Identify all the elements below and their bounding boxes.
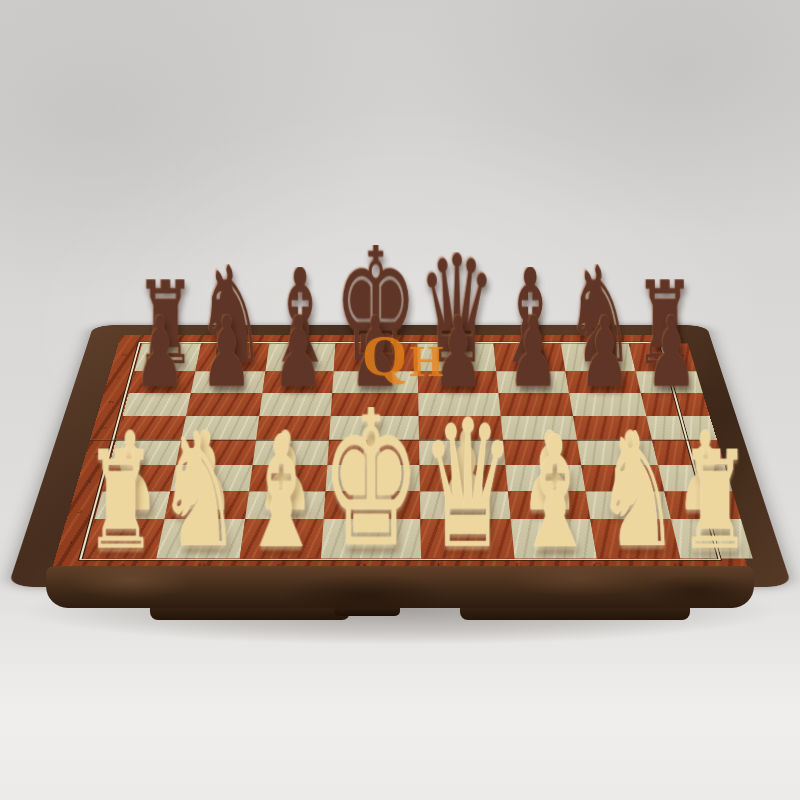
square-e4 [419,440,506,465]
square-f4 [503,440,581,465]
square-g1: ♞ [590,519,680,558]
square-d5 [329,416,419,440]
square-g7: ♟ [565,371,641,393]
square-d3 [326,465,420,491]
square-c4 [252,440,329,465]
rank-label-7: 7 [115,375,121,379]
square-c8: ♝ [265,343,336,371]
square-c7: ♟ [262,371,334,393]
square-a1: ♜ [84,519,164,558]
square-e3 [419,465,508,491]
square-h6 [641,393,710,416]
square-f5 [501,416,577,440]
square-a6 [122,393,190,416]
rank-label-1: 1 [68,539,76,544]
rank-label-3: 3 [85,479,92,484]
square-b5 [181,416,260,440]
piece-brown-knight-b8: ♞ [196,264,266,368]
rank-label-6: 6 [108,399,114,403]
square-h5 [646,416,716,440]
piece-brown-rook-h8: ♜ [635,279,695,368]
square-d1: ♚ [321,519,421,558]
square-a3 [102,465,175,491]
square-d6 [331,393,419,416]
square-b1: ♞ [156,519,245,558]
square-f6 [499,393,573,416]
square-a8: ♜ [135,343,201,371]
piece-brown-bishop-c8: ♝ [266,267,334,368]
square-f1: ♝ [511,519,597,558]
square-b4 [175,440,256,465]
square-c1: ♝ [240,519,324,558]
rank-label-4: 4 [93,451,100,456]
square-g3 [581,465,664,491]
square-b3 [170,465,253,491]
watermark-letter-q: Q [362,330,407,382]
square-c6 [259,393,332,416]
square-f3 [506,465,586,491]
square-f8: ♝ [494,343,565,371]
watermark-letter-h: H [409,340,443,384]
square-a7: ♟ [129,371,195,393]
square-d4 [328,440,420,465]
square-c3 [249,465,328,491]
square-g5 [573,416,652,440]
rank-label-5: 5 [101,425,108,429]
board-front-edge [46,566,754,608]
rank-label-8: 8 [122,353,128,357]
square-a5 [116,416,186,440]
square-g8: ♞ [561,343,636,371]
square-c5 [256,416,331,440]
square-e1: ♛ [420,519,514,558]
chess-board-scene: ♜♞♝♚♛♝♞♜♟♟♟♟♟♟♟♟♟♟♟♟♟♟♟♟♜♞♝♚♛♝♞♜ ABCDEFG… [90,130,710,750]
qh-watermark: Q H [362,330,443,384]
square-h8: ♜ [629,343,696,371]
square-b7: ♟ [190,371,265,393]
piece-brown-bishop-f8: ♝ [496,267,564,368]
piece-brown-knight-g8: ♞ [565,264,635,368]
square-b6 [186,393,263,416]
photo-backdrop: ♜♞♝♚♛♝♞♜♟♟♟♟♟♟♟♟♟♟♟♟♟♟♟♟♜♞♝♚♛♝♞♜ ABCDEFG… [0,0,800,800]
square-e5 [419,416,504,440]
piece-brown-rook-a8: ♜ [135,279,195,368]
square-g4 [577,440,658,465]
square-h7: ♟ [636,371,703,393]
square-e6 [418,393,501,416]
square-a4 [109,440,180,465]
square-b8: ♞ [195,343,269,371]
square-f7: ♟ [497,371,569,393]
square-g6 [569,393,646,416]
